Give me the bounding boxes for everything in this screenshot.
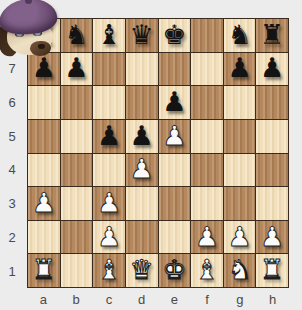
- file-label-h: h: [256, 290, 289, 308]
- piece-white-pawn[interactable]: ♟: [227, 223, 251, 250]
- piece-black-pawn[interactable]: ♟: [227, 54, 251, 81]
- square-b1[interactable]: [61, 254, 93, 287]
- piece-white-queen[interactable]: ♛: [130, 256, 154, 283]
- piece-black-pawn[interactable]: ♟: [32, 54, 56, 81]
- square-g3[interactable]: [224, 187, 256, 220]
- square-f4[interactable]: [191, 154, 223, 187]
- piece-black-knight[interactable]: ♞: [227, 21, 251, 48]
- file-label-d: d: [125, 290, 158, 308]
- square-c8[interactable]: ♝: [93, 19, 125, 52]
- square-a5[interactable]: [28, 120, 60, 153]
- square-c2[interactable]: ♟: [93, 221, 125, 254]
- piece-white-pawn[interactable]: ♟: [130, 155, 154, 182]
- piece-white-pawn[interactable]: ♟: [32, 189, 56, 216]
- square-e7[interactable]: [159, 53, 191, 86]
- square-g4[interactable]: [224, 154, 256, 187]
- piece-white-rook[interactable]: ♜: [32, 256, 56, 283]
- file-label-a: a: [27, 290, 60, 308]
- piece-white-bishop[interactable]: ♝: [97, 256, 121, 283]
- square-a2[interactable]: [28, 221, 60, 254]
- square-f5[interactable]: [191, 120, 223, 153]
- square-f7[interactable]: [191, 53, 223, 86]
- square-g8[interactable]: ♞: [224, 19, 256, 52]
- rank-label-8: 8: [0, 18, 24, 52]
- rank-label-1: 1: [0, 254, 24, 288]
- rank-label-3: 3: [0, 187, 24, 221]
- piece-black-pawn[interactable]: ♟: [162, 88, 186, 115]
- rank-label-4: 4: [0, 153, 24, 187]
- square-c3[interactable]: ♟: [93, 187, 125, 220]
- square-g6[interactable]: [224, 86, 256, 119]
- square-b3[interactable]: [61, 187, 93, 220]
- square-c7[interactable]: [93, 53, 125, 86]
- square-e5[interactable]: ♟: [159, 120, 191, 153]
- square-f6[interactable]: [191, 86, 223, 119]
- square-d8[interactable]: ♛: [126, 19, 158, 52]
- square-d5[interactable]: ♟: [126, 120, 158, 153]
- square-a6[interactable]: [28, 86, 60, 119]
- piece-white-pawn[interactable]: ♟: [97, 189, 121, 216]
- square-e2[interactable]: [159, 221, 191, 254]
- piece-black-pawn[interactable]: ♟: [64, 54, 88, 81]
- square-f8[interactable]: [191, 19, 223, 52]
- chess-board[interactable]: ♜♞♝♛♚♞♜♟♟♟♟♟♟♟♟♟♟♟♟♟♟♟♜♝♛♚♝♞♜: [27, 18, 289, 288]
- square-h6[interactable]: [256, 86, 288, 119]
- piece-black-pawn[interactable]: ♟: [260, 54, 284, 81]
- square-g7[interactable]: ♟: [224, 53, 256, 86]
- rank-label-6: 6: [0, 86, 24, 120]
- piece-black-rook[interactable]: ♜: [260, 21, 284, 48]
- rank-labels: 87654321: [0, 18, 24, 288]
- piece-black-knight[interactable]: ♞: [64, 21, 88, 48]
- file-label-e: e: [158, 290, 191, 308]
- piece-black-pawn[interactable]: ♟: [97, 122, 121, 149]
- piece-white-pawn[interactable]: ♟: [97, 223, 121, 250]
- square-h4[interactable]: [256, 154, 288, 187]
- square-f3[interactable]: [191, 187, 223, 220]
- square-b8[interactable]: ♞: [61, 19, 93, 52]
- square-f1[interactable]: ♝: [191, 254, 223, 287]
- square-d7[interactable]: [126, 53, 158, 86]
- piece-white-king[interactable]: ♚: [162, 256, 186, 283]
- square-e6[interactable]: ♟: [159, 86, 191, 119]
- piece-white-pawn[interactable]: ♟: [195, 223, 219, 250]
- square-c4[interactable]: [93, 154, 125, 187]
- square-a4[interactable]: [28, 154, 60, 187]
- file-label-b: b: [60, 290, 93, 308]
- square-g5[interactable]: [224, 120, 256, 153]
- piece-white-knight[interactable]: ♞: [227, 256, 251, 283]
- square-h1[interactable]: ♜: [256, 254, 288, 287]
- square-a8[interactable]: ♜: [28, 19, 60, 52]
- square-a3[interactable]: ♟: [28, 187, 60, 220]
- square-a7[interactable]: ♟: [28, 53, 60, 86]
- piece-white-pawn[interactable]: ♟: [162, 122, 186, 149]
- square-b6[interactable]: [61, 86, 93, 119]
- square-f2[interactable]: ♟: [191, 221, 223, 254]
- square-c6[interactable]: [93, 86, 125, 119]
- piece-black-queen[interactable]: ♛: [130, 21, 154, 48]
- square-d4[interactable]: ♟: [126, 154, 158, 187]
- rank-label-7: 7: [0, 52, 24, 86]
- file-label-g: g: [224, 290, 257, 308]
- square-e3[interactable]: [159, 187, 191, 220]
- square-a1[interactable]: ♜: [28, 254, 60, 287]
- square-h8[interactable]: ♜: [256, 19, 288, 52]
- piece-black-rook[interactable]: ♜: [32, 21, 56, 48]
- square-b5[interactable]: [61, 120, 93, 153]
- rank-label-5: 5: [0, 119, 24, 153]
- square-h3[interactable]: [256, 187, 288, 220]
- file-label-f: f: [191, 290, 224, 308]
- rank-label-2: 2: [0, 221, 24, 255]
- square-c5[interactable]: ♟: [93, 120, 125, 153]
- piece-black-king[interactable]: ♚: [162, 21, 186, 48]
- square-e1[interactable]: ♚: [159, 254, 191, 287]
- square-b7[interactable]: ♟: [61, 53, 93, 86]
- beret-stem: [25, 0, 32, 4]
- file-labels: abcdefgh: [27, 290, 289, 308]
- piece-white-bishop[interactable]: ♝: [195, 256, 219, 283]
- piece-black-bishop[interactable]: ♝: [97, 21, 121, 48]
- square-g2[interactable]: ♟: [224, 221, 256, 254]
- square-g1[interactable]: ♞: [224, 254, 256, 287]
- square-c1[interactable]: ♝: [93, 254, 125, 287]
- piece-white-pawn[interactable]: ♟: [260, 223, 284, 250]
- square-e8[interactable]: ♚: [159, 19, 191, 52]
- piece-black-pawn[interactable]: ♟: [130, 122, 154, 149]
- square-d3[interactable]: [126, 187, 158, 220]
- square-d2[interactable]: [126, 221, 158, 254]
- square-h2[interactable]: ♟: [256, 221, 288, 254]
- chess-diagram: 87654321 ♜♞♝♛♚♞♜♟♟♟♟♟♟♟♟♟♟♟♟♟♟♟♜♝♛♚♝♞♜ a…: [0, 0, 302, 310]
- square-d1[interactable]: ♛: [126, 254, 158, 287]
- square-b4[interactable]: [61, 154, 93, 187]
- file-label-c: c: [93, 290, 126, 308]
- square-b2[interactable]: [61, 221, 93, 254]
- square-d6[interactable]: [126, 86, 158, 119]
- square-h7[interactable]: ♟: [256, 53, 288, 86]
- square-e4[interactable]: [159, 154, 191, 187]
- square-h5[interactable]: [256, 120, 288, 153]
- piece-white-rook[interactable]: ♜: [260, 256, 284, 283]
